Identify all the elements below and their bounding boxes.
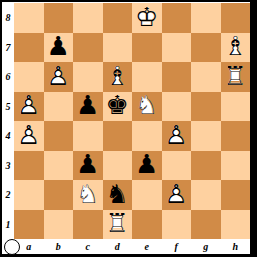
square-a5[interactable]: ♟♙ <box>14 92 44 122</box>
square-a6[interactable] <box>14 62 44 92</box>
square-b5[interactable] <box>44 92 74 122</box>
square-b4[interactable] <box>44 121 74 151</box>
piece-white-pawn[interactable]: ♟♙ <box>162 179 192 209</box>
piece-black-pawn[interactable]: ♟ <box>132 150 162 180</box>
square-f1[interactable] <box>162 210 192 240</box>
square-h6[interactable]: ♜♖ <box>221 62 251 92</box>
rank-label-8: 8 <box>2 3 14 33</box>
square-c7[interactable] <box>73 33 103 63</box>
piece-black-knight[interactable]: ♞ <box>103 179 133 209</box>
white-to-move-indicator <box>4 239 20 255</box>
square-f2[interactable]: ♟♙ <box>162 180 192 210</box>
square-h2[interactable] <box>221 180 251 210</box>
square-e5[interactable]: ♞♘ <box>132 92 162 122</box>
square-c4[interactable] <box>73 121 103 151</box>
piece-white-rook[interactable]: ♜♖ <box>221 61 251 91</box>
chess-diagram: 87654321 ♚♔♟♝♗♟♙♝♗♜♖♟♙♟♚♞♘♟♙♟♙♟♟♞♘♞♟♙♜♖ … <box>0 0 257 257</box>
square-e2[interactable] <box>132 180 162 210</box>
piece-white-pawn[interactable]: ♟♙ <box>162 120 192 150</box>
piece-white-knight[interactable]: ♞♘ <box>73 179 103 209</box>
square-c8[interactable] <box>73 3 103 33</box>
piece-white-rook[interactable]: ♜♖ <box>103 209 133 239</box>
diagram-inner: 87654321 ♚♔♟♝♗♟♙♝♗♜♖♟♙♟♚♞♘♟♙♟♙♟♟♞♘♞♟♙♜♖ … <box>2 2 250 254</box>
square-g2[interactable] <box>191 180 221 210</box>
square-b8[interactable] <box>44 3 74 33</box>
file-label-h: h <box>221 239 251 254</box>
piece-outline: ♗ <box>103 61 133 91</box>
rank-label-6: 6 <box>2 62 14 92</box>
piece-black-pawn[interactable]: ♟ <box>73 91 103 121</box>
square-e8[interactable]: ♚♔ <box>132 3 162 33</box>
square-h4[interactable] <box>221 121 251 151</box>
rank-labels: 87654321 <box>2 3 14 239</box>
square-d2[interactable]: ♞ <box>103 180 133 210</box>
square-g6[interactable] <box>191 62 221 92</box>
square-e4[interactable] <box>132 121 162 151</box>
square-a2[interactable] <box>14 180 44 210</box>
square-e1[interactable] <box>132 210 162 240</box>
file-label-e: e <box>132 239 162 254</box>
square-g8[interactable] <box>191 3 221 33</box>
square-d7[interactable] <box>103 33 133 63</box>
square-f4[interactable]: ♟♙ <box>162 121 192 151</box>
piece-white-pawn[interactable]: ♟♙ <box>14 91 44 121</box>
square-a7[interactable] <box>14 33 44 63</box>
square-d1[interactable]: ♜♖ <box>103 210 133 240</box>
piece-outline: ♙ <box>14 120 44 150</box>
square-h1[interactable] <box>221 210 251 240</box>
piece-black-pawn[interactable]: ♟ <box>44 32 74 62</box>
square-g4[interactable] <box>191 121 221 151</box>
piece-outline: ♔ <box>132 2 162 32</box>
square-b6[interactable]: ♟♙ <box>44 62 74 92</box>
square-h8[interactable] <box>221 3 251 33</box>
square-c1[interactable] <box>73 210 103 240</box>
square-g3[interactable] <box>191 151 221 181</box>
square-c2[interactable]: ♞♘ <box>73 180 103 210</box>
square-h5[interactable] <box>221 92 251 122</box>
piece-white-pawn[interactable]: ♟♙ <box>44 61 74 91</box>
piece-outline: ♘ <box>73 179 103 209</box>
square-e3[interactable]: ♟ <box>132 151 162 181</box>
file-label-b: b <box>44 239 74 254</box>
chess-board: ♚♔♟♝♗♟♙♝♗♜♖♟♙♟♚♞♘♟♙♟♙♟♟♞♘♞♟♙♜♖ <box>14 3 250 239</box>
piece-black-king[interactable]: ♚ <box>103 91 133 121</box>
piece-white-bishop[interactable]: ♝♗ <box>221 32 251 62</box>
square-g7[interactable] <box>191 33 221 63</box>
piece-outline: ♗ <box>221 32 251 62</box>
piece-outline: ♙ <box>162 120 192 150</box>
file-label-g: g <box>191 239 221 254</box>
file-labels: abcdefgh <box>14 239 250 254</box>
piece-outline: ♙ <box>44 61 74 91</box>
piece-black-pawn[interactable]: ♟ <box>73 150 103 180</box>
square-c6[interactable] <box>73 62 103 92</box>
square-d4[interactable] <box>103 121 133 151</box>
square-g1[interactable] <box>191 210 221 240</box>
square-h3[interactable] <box>221 151 251 181</box>
piece-white-bishop[interactable]: ♝♗ <box>103 61 133 91</box>
square-f7[interactable] <box>162 33 192 63</box>
square-h7[interactable]: ♝♗ <box>221 33 251 63</box>
piece-outline: ♖ <box>221 61 251 91</box>
square-a8[interactable] <box>14 3 44 33</box>
piece-outline: ♙ <box>162 179 192 209</box>
square-e7[interactable] <box>132 33 162 63</box>
square-g5[interactable] <box>191 92 221 122</box>
square-b1[interactable] <box>44 210 74 240</box>
square-e6[interactable] <box>132 62 162 92</box>
square-d6[interactable]: ♝♗ <box>103 62 133 92</box>
square-f6[interactable] <box>162 62 192 92</box>
piece-outline: ♖ <box>103 209 133 239</box>
piece-white-pawn[interactable]: ♟♙ <box>14 120 44 150</box>
piece-white-knight[interactable]: ♞♘ <box>132 91 162 121</box>
square-b2[interactable] <box>44 180 74 210</box>
file-label-c: c <box>73 239 103 254</box>
square-f5[interactable] <box>162 92 192 122</box>
piece-white-king[interactable]: ♚♔ <box>132 2 162 32</box>
rank-label-7: 7 <box>2 33 14 63</box>
square-b3[interactable] <box>44 151 74 181</box>
file-label-d: d <box>103 239 133 254</box>
square-d8[interactable] <box>103 3 133 33</box>
square-c5[interactable]: ♟ <box>73 92 103 122</box>
square-a4[interactable]: ♟♙ <box>14 121 44 151</box>
square-c3[interactable]: ♟ <box>73 151 103 181</box>
piece-outline: ♙ <box>14 91 44 121</box>
file-label-f: f <box>162 239 192 254</box>
rank-label-1: 1 <box>2 210 14 240</box>
square-d3[interactable] <box>103 151 133 181</box>
rank-label-3: 3 <box>2 151 14 181</box>
rank-label-4: 4 <box>2 121 14 151</box>
square-f8[interactable] <box>162 3 192 33</box>
square-d5[interactable]: ♚ <box>103 92 133 122</box>
square-b7[interactable]: ♟ <box>44 33 74 63</box>
rank-label-2: 2 <box>2 180 14 210</box>
square-a1[interactable] <box>14 210 44 240</box>
square-a3[interactable] <box>14 151 44 181</box>
square-f3[interactable] <box>162 151 192 181</box>
rank-label-5: 5 <box>2 92 14 122</box>
piece-outline: ♘ <box>132 91 162 121</box>
